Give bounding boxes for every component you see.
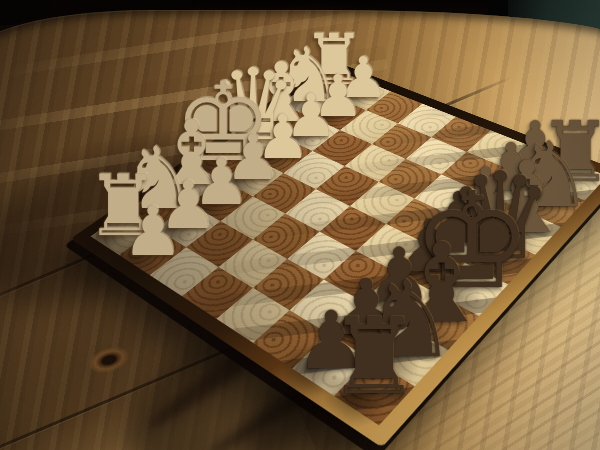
white-pawn[interactable]: ♟ — [122, 197, 183, 265]
black-rook[interactable]: ♜ — [327, 305, 421, 410]
scene: ♜♟♟♜♞♟♟♞♝♟♟♝♛♟♟♛♚♟♟♚♝♟♟♝♞♟♟♞♜♟♟♜ — [0, 0, 600, 450]
piece-layer: ♜♟♟♜♞♟♟♞♝♟♟♝♛♟♟♛♚♟♟♚♝♟♟♝♞♟♟♞♜♟♟♜ — [0, 0, 600, 450]
